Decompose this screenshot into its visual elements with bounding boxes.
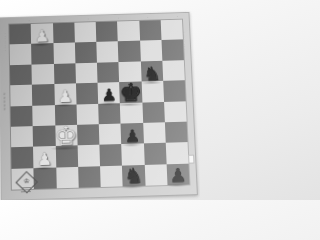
black-pawn-e5: ♟ [101,87,117,104]
piece-shadow [32,42,51,46]
logo-text-lines [21,187,31,192]
piece-shadow [55,103,75,107]
board-logo: ♔ [16,171,38,193]
piece-shadow [122,142,142,146]
chess-board-frame: · · · · · · · · · · · · · · · · · · · · … [0,12,198,200]
border-brand-text: ≈≈≈≈≈ [2,92,7,111]
left-edge-marks: · · · · · · · · [2,33,8,51]
crown-icon: ♔ [23,178,29,185]
piece-shadow [121,185,146,190]
white-pawn-b8: ♟ [34,28,49,44]
white-king-c3: ♚ [54,122,78,148]
right-edge-marks: · · · · · · · · [183,32,189,50]
black-knight-f1: ♞ [124,166,143,187]
pieces-layer: ♟♞♟♟♚♚♟♟♞♟ [9,20,189,190]
black-pawn-h1: ♟ [169,167,187,186]
edge-sticker [188,155,194,164]
piece-shadow [166,183,188,188]
piece-shadow [139,80,162,84]
black-king-f5: ♚ [119,79,143,105]
piece-shadow [50,146,80,151]
piece-shadow [34,166,54,171]
black-knight-g6: ♞ [143,63,161,83]
piece-shadow [115,102,145,107]
white-pawn-c5: ♟ [57,88,72,105]
white-pawn-b2: ♟ [37,151,52,168]
black-pawn-f3: ♟ [124,128,140,145]
photo-scene: · · · · · · · · · · · · · · · · · · · · … [0,0,200,200]
